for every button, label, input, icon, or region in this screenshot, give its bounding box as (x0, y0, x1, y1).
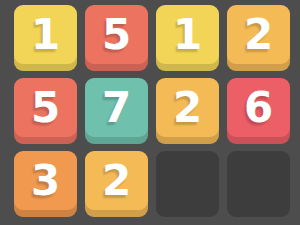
empty-cell-r2c3 (227, 151, 290, 217)
tile-6-r1c3[interactable]: 6 (227, 78, 290, 144)
tile-number: 7 (102, 87, 131, 135)
tile-number: 2 (173, 87, 202, 135)
tile-number: 1 (173, 14, 202, 62)
game-screen: 1512572632 (0, 0, 300, 225)
tile-number: 2 (102, 160, 131, 208)
tile-5-r1c0[interactable]: 5 (14, 78, 77, 144)
tile-1-r0c2[interactable]: 1 (156, 5, 219, 71)
tile-number: 3 (31, 160, 60, 208)
tile-2-r1c2[interactable]: 2 (156, 78, 219, 144)
tile-3-r2c0[interactable]: 3 (14, 151, 77, 217)
tile-number: 5 (102, 14, 131, 62)
tile-number: 5 (31, 87, 60, 135)
tile-5-r0c1[interactable]: 5 (85, 5, 148, 71)
tile-2-r2c1[interactable]: 2 (85, 151, 148, 217)
tile-number: 1 (31, 14, 60, 62)
tile-number: 2 (244, 14, 273, 62)
tile-7-r1c1[interactable]: 7 (85, 78, 148, 144)
empty-cell-r2c2 (156, 151, 219, 217)
game-board: 1512572632 (14, 5, 290, 217)
tile-1-r0c0[interactable]: 1 (14, 5, 77, 71)
tile-number: 6 (244, 87, 273, 135)
tile-2-r0c3[interactable]: 2 (227, 5, 290, 71)
